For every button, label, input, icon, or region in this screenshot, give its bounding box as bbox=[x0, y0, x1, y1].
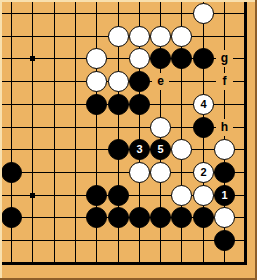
white-stone bbox=[86, 71, 107, 92]
hoshi-point bbox=[30, 56, 35, 61]
board-edge-line-bottom bbox=[0, 262, 247, 265]
black-stone bbox=[108, 94, 129, 115]
black-stone bbox=[193, 117, 214, 138]
black-stone bbox=[193, 207, 214, 228]
white-stone bbox=[108, 71, 129, 92]
grid-line-vertical bbox=[54, 0, 55, 265]
black-stone-move-3: 3 bbox=[129, 139, 150, 160]
black-stone bbox=[171, 207, 192, 228]
white-stone bbox=[150, 162, 171, 183]
black-stone bbox=[129, 94, 150, 115]
letter-point-g: g bbox=[216, 50, 233, 67]
grid-line-horizontal bbox=[0, 240, 247, 241]
letter-point-h: h bbox=[216, 119, 233, 136]
white-stone bbox=[171, 185, 192, 206]
white-stone bbox=[129, 162, 150, 183]
hoshi-point bbox=[30, 193, 35, 198]
black-stone bbox=[108, 207, 129, 228]
white-stone bbox=[214, 207, 235, 228]
white-stone bbox=[86, 48, 107, 69]
white-stone bbox=[150, 26, 171, 47]
board-edge-line-right bbox=[244, 0, 247, 265]
white-stone bbox=[129, 48, 150, 69]
black-stone bbox=[86, 185, 107, 206]
white-stone-move-2: 2 bbox=[193, 162, 214, 183]
black-stone bbox=[150, 207, 171, 228]
letter-point-f: f bbox=[216, 73, 233, 90]
white-stone bbox=[193, 3, 214, 24]
black-stone bbox=[214, 230, 235, 251]
black-stone-move-1: 1 bbox=[214, 185, 235, 206]
grid-line-vertical bbox=[32, 0, 33, 265]
white-stone bbox=[108, 26, 129, 47]
black-stone bbox=[129, 207, 150, 228]
frame-edge-right bbox=[255, 0, 257, 280]
white-stone bbox=[193, 185, 214, 206]
frame-edge-top bbox=[0, 0, 257, 2]
go-diagram: 43521efgh bbox=[0, 0, 257, 280]
black-stone bbox=[193, 48, 214, 69]
white-stone bbox=[129, 26, 150, 47]
go-board: 43521efgh bbox=[0, 0, 257, 280]
white-stone bbox=[214, 139, 235, 160]
black-stone bbox=[86, 94, 107, 115]
white-stone bbox=[171, 139, 192, 160]
black-stone bbox=[1, 207, 22, 228]
black-stone bbox=[150, 48, 171, 69]
black-stone bbox=[214, 162, 235, 183]
black-stone bbox=[108, 139, 129, 160]
black-stone bbox=[1, 162, 22, 183]
black-stone-move-5: 5 bbox=[150, 139, 171, 160]
white-stone-move-4: 4 bbox=[193, 94, 214, 115]
letter-point-e: e bbox=[152, 73, 169, 90]
white-stone bbox=[150, 117, 171, 138]
black-stone bbox=[129, 71, 150, 92]
frame-edge-left bbox=[0, 0, 2, 280]
grid-line-vertical bbox=[75, 0, 76, 265]
black-stone bbox=[171, 48, 192, 69]
black-stone bbox=[86, 207, 107, 228]
black-stone bbox=[108, 185, 129, 206]
white-stone bbox=[171, 26, 192, 47]
